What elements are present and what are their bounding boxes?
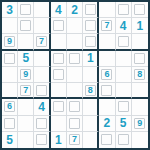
cell-marker-square xyxy=(53,20,64,31)
cell-r1c5[interactable]: 2 xyxy=(67,2,83,18)
given-digit: 4 xyxy=(55,4,62,16)
cell-r9c2[interactable] xyxy=(18,132,34,148)
cell-r9c1[interactable]: 5 xyxy=(2,132,18,148)
cell-r5c7[interactable]: 6 xyxy=(99,67,115,83)
cell-marker-square xyxy=(69,118,80,129)
cell-r3c5[interactable] xyxy=(67,34,83,50)
cell-marker-square: 6 xyxy=(101,69,112,80)
cell-marker-square xyxy=(53,101,64,112)
given-digit: 5 xyxy=(22,52,29,64)
given-digit: 2 xyxy=(104,117,111,129)
cell-r2c4[interactable] xyxy=(51,18,67,34)
cell-r6c9[interactable] xyxy=(132,83,148,99)
cell-marker-square xyxy=(101,85,112,96)
cell-r4c9[interactable] xyxy=(132,51,148,67)
cell-r8c5[interactable] xyxy=(67,116,83,132)
cell-r5c6[interactable] xyxy=(83,67,99,83)
given-digit: 7 xyxy=(39,37,44,46)
cell-r7c3[interactable]: 4 xyxy=(34,99,50,115)
cell-r7c4[interactable] xyxy=(51,99,67,115)
cell-marker-square: 7 xyxy=(101,20,112,31)
cell-r1c6[interactable] xyxy=(83,2,99,18)
cell-r1c2[interactable] xyxy=(18,2,34,18)
cell-marker-square xyxy=(4,118,15,129)
cell-r4c5[interactable] xyxy=(67,51,83,67)
cell-marker-square: 6 xyxy=(4,101,15,112)
cell-r9c7[interactable] xyxy=(99,132,115,148)
cell-marker-square xyxy=(85,20,96,31)
cell-r2c3[interactable] xyxy=(34,18,50,34)
cell-marker-square xyxy=(85,36,96,47)
cell-marker-square xyxy=(69,53,80,64)
given-digit: 5 xyxy=(6,134,13,146)
given-digit: 9 xyxy=(23,70,28,79)
cell-r1c1[interactable]: 3 xyxy=(2,2,18,18)
cell-r5c8[interactable] xyxy=(116,67,132,83)
cell-r6c5[interactable] xyxy=(67,83,83,99)
cell-r7c1[interactable]: 6 xyxy=(2,99,18,115)
given-digit: 8 xyxy=(88,86,93,95)
given-digit: 1 xyxy=(87,52,94,64)
cell-r5c4[interactable] xyxy=(51,67,67,83)
cell-r2c7[interactable]: 7 xyxy=(99,18,115,34)
cell-marker-square xyxy=(134,53,145,64)
cell-r1c4[interactable]: 4 xyxy=(51,2,67,18)
cell-marker-square xyxy=(36,118,47,129)
cell-r8c6[interactable] xyxy=(83,116,99,132)
cell-r1c3[interactable] xyxy=(34,2,50,18)
cell-r2c1[interactable] xyxy=(2,18,18,34)
cell-r3c1[interactable]: 9 xyxy=(2,34,18,50)
cell-r5c3[interactable] xyxy=(34,67,50,83)
cell-r6c6[interactable]: 8 xyxy=(83,83,99,99)
cell-marker-square xyxy=(118,101,129,112)
given-digit: 7 xyxy=(23,86,28,95)
given-digit: 4 xyxy=(120,20,127,32)
cell-r2c9[interactable]: 1 xyxy=(132,18,148,34)
cell-r1c7[interactable] xyxy=(99,2,115,18)
cell-r3c7[interactable] xyxy=(99,34,115,50)
cell-marker-square xyxy=(118,4,129,15)
cell-r4c2[interactable]: 5 xyxy=(18,51,34,67)
given-digit: 7 xyxy=(104,21,109,30)
cell-r3c3[interactable]: 7 xyxy=(34,34,50,50)
cell-r4c7[interactable] xyxy=(99,51,115,67)
cell-r3c2[interactable] xyxy=(18,34,34,50)
cell-marker-square: 9 xyxy=(4,36,15,47)
cell-r6c7[interactable] xyxy=(99,83,115,99)
cell-r5c2[interactable]: 9 xyxy=(18,67,34,83)
cell-r8c9[interactable]: 9 xyxy=(132,116,148,132)
cell-marker-square xyxy=(53,53,64,64)
cell-r1c8[interactable] xyxy=(116,2,132,18)
given-digit: 9 xyxy=(137,119,142,128)
cell-r6c2[interactable]: 7 xyxy=(18,83,34,99)
cell-r9c4[interactable]: 1 xyxy=(51,132,67,148)
given-digit: 6 xyxy=(104,70,109,79)
cell-r3c6[interactable] xyxy=(83,34,99,50)
cell-r8c3[interactable] xyxy=(34,116,50,132)
cell-marker-square xyxy=(69,101,80,112)
cell-r3c9[interactable] xyxy=(132,34,148,50)
cell-marker-square xyxy=(118,36,129,47)
cell-r6c3[interactable] xyxy=(34,83,50,99)
given-digit: 8 xyxy=(137,70,142,79)
cell-r8c2[interactable] xyxy=(18,116,34,132)
cell-r5c9[interactable]: 8 xyxy=(132,67,148,83)
cell-marker-square xyxy=(36,85,47,96)
cell-r2c5[interactable] xyxy=(67,18,83,34)
cell-r2c2[interactable] xyxy=(18,18,34,34)
given-digit: 9 xyxy=(7,37,12,46)
cell-r7c5[interactable] xyxy=(67,99,83,115)
cell-r2c8[interactable]: 4 xyxy=(116,18,132,34)
cell-marker-square xyxy=(85,4,96,15)
given-digit: 5 xyxy=(120,117,127,129)
given-digit: 2 xyxy=(71,4,78,16)
cell-marker-square xyxy=(36,134,47,145)
given-digit: 6 xyxy=(7,102,12,111)
cell-r9c8[interactable] xyxy=(116,132,132,148)
cell-marker-square: 8 xyxy=(85,85,96,96)
cell-r7c9[interactable] xyxy=(132,99,148,115)
cell-r7c8[interactable] xyxy=(116,99,132,115)
cell-r4c1[interactable] xyxy=(2,51,18,67)
given-digit: 3 xyxy=(6,4,13,16)
cell-r7c2[interactable] xyxy=(18,99,34,115)
cell-marker-square: 7 xyxy=(69,134,80,145)
cell-r9c3[interactable] xyxy=(34,132,50,148)
cell-marker-square xyxy=(53,69,64,80)
cell-marker-square xyxy=(20,4,31,15)
cell-marker-square xyxy=(20,20,31,31)
cell-r4c6[interactable]: 1 xyxy=(83,51,99,67)
cell-r8c8[interactable]: 5 xyxy=(116,116,132,132)
cell-r6c1[interactable] xyxy=(2,83,18,99)
cell-marker-square: 7 xyxy=(20,85,31,96)
cell-r3c8[interactable] xyxy=(116,34,132,50)
cell-marker-square: 9 xyxy=(20,69,31,80)
cell-marker-square: 7 xyxy=(36,36,47,47)
given-digit: 7 xyxy=(72,135,77,144)
cell-r3c4[interactable] xyxy=(51,34,67,50)
cell-marker-square xyxy=(101,134,112,145)
cell-r4c3[interactable] xyxy=(34,51,50,67)
given-digit: 1 xyxy=(55,134,62,146)
given-digit: 1 xyxy=(137,20,144,32)
cell-r4c4[interactable] xyxy=(51,51,67,67)
cell-r5c1[interactable] xyxy=(2,67,18,83)
cell-marker-square xyxy=(4,53,15,64)
cell-r9c6[interactable] xyxy=(83,132,99,148)
cell-r7c6[interactable] xyxy=(83,99,99,115)
sudoku-board: 34274197519687864259517 xyxy=(0,0,150,150)
cell-marker-square: 8 xyxy=(134,69,145,80)
given-digit: 4 xyxy=(38,101,45,113)
cell-marker-square xyxy=(134,4,145,15)
cell-r8c7[interactable]: 2 xyxy=(99,116,115,132)
cell-r7c7[interactable] xyxy=(99,99,115,115)
cell-r8c1[interactable] xyxy=(2,116,18,132)
cell-marker-square xyxy=(118,134,129,145)
cell-r2c6[interactable] xyxy=(83,18,99,34)
cell-r9c5[interactable]: 7 xyxy=(67,132,83,148)
cell-r5c5[interactable] xyxy=(67,67,83,83)
cell-r1c9[interactable] xyxy=(132,2,148,18)
cell-r6c8[interactable] xyxy=(116,83,132,99)
cell-r6c4[interactable] xyxy=(51,83,67,99)
cell-r4c8[interactable] xyxy=(116,51,132,67)
cell-r8c4[interactable] xyxy=(51,116,67,132)
cell-r9c9[interactable] xyxy=(132,132,148,148)
cell-marker-square: 9 xyxy=(134,118,145,129)
